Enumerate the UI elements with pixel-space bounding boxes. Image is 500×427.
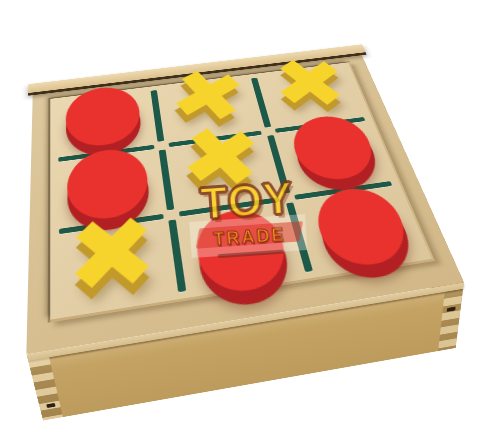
board-grid: ● ✖ ✖ ● ✖ ● ✖ ● ● xyxy=(50,62,432,319)
product-photo: ● ✖ ✖ ● ✖ ● ✖ ● ● xyxy=(0,0,500,427)
piece-x[interactable]: ✖ xyxy=(273,50,350,119)
finger-joints-right xyxy=(438,289,463,351)
board-cell-r2c1[interactable]: ● xyxy=(171,196,311,303)
game-board: ● ✖ ✖ ● ✖ ● ✖ ● ● xyxy=(50,62,435,322)
board-cell-r2c0[interactable]: ✖ xyxy=(50,213,183,324)
game-box: ● ✖ ✖ ● ✖ ● ✖ ● ● xyxy=(26,46,464,354)
piece-x[interactable]: ✖ xyxy=(65,202,161,311)
finger-joints-left xyxy=(28,357,63,420)
board-cell-r2c2[interactable]: ● xyxy=(287,180,434,282)
photo-scene: ● ✖ ✖ ● ✖ ● ✖ ● ● xyxy=(0,0,500,427)
